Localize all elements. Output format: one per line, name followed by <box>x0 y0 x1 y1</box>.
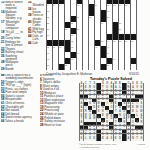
grid-cell[interactable] <box>119 46 124 51</box>
cell-number: 29 <box>119 28 121 30</box>
grid-cell[interactable] <box>77 40 82 45</box>
grid-cell[interactable] <box>89 34 94 39</box>
grid-cell[interactable] <box>59 16 64 21</box>
grid-cell[interactable] <box>53 16 58 21</box>
grid-cell[interactable] <box>125 46 130 51</box>
grid-cell[interactable]: 33 <box>101 40 106 45</box>
grid-cell[interactable]: 18 <box>47 16 52 21</box>
grid-cell[interactable] <box>59 52 64 57</box>
grid-cell[interactable] <box>77 64 82 69</box>
grid-cell[interactable] <box>89 22 94 27</box>
grid-cell[interactable] <box>119 10 124 15</box>
grid-cell[interactable]: 37 <box>125 40 130 45</box>
grid-cell[interactable] <box>131 52 136 57</box>
grid-cell[interactable] <box>125 28 130 33</box>
black-square <box>107 34 112 39</box>
cell-number: 34 <box>107 40 109 42</box>
black-square <box>95 40 100 45</box>
grid-cell[interactable] <box>125 16 130 21</box>
cell-number: 3 <box>83 0 84 1</box>
grid-cell[interactable] <box>53 64 58 69</box>
grid-cell[interactable] <box>119 16 124 21</box>
grid-cell[interactable] <box>83 34 88 39</box>
cell-number: 40 <box>53 46 55 48</box>
cell-number: 45 <box>47 52 49 54</box>
black-square <box>71 52 76 57</box>
grid-cell[interactable] <box>89 40 94 45</box>
grid-cell[interactable]: 7 <box>47 4 52 9</box>
grid-cell[interactable]: 6 <box>131 0 136 4</box>
grid-cell[interactable] <box>89 58 94 63</box>
black-square <box>101 16 106 21</box>
grid-cell[interactable]: 51 <box>47 64 52 69</box>
grid-cell[interactable] <box>89 46 94 51</box>
grid-cell[interactable] <box>59 58 64 63</box>
cell-number: 4 <box>95 0 96 1</box>
cell-number: 19 <box>77 16 79 18</box>
cell-number: 15 <box>125 4 127 6</box>
grid-cell[interactable]: 12 <box>107 4 112 9</box>
cell-number: 27 <box>65 28 67 30</box>
grid-cell[interactable] <box>53 52 58 57</box>
cell-number: 53 <box>107 64 109 66</box>
grid-cell[interactable]: 2 <box>71 0 76 4</box>
grid-cell[interactable] <box>107 28 112 33</box>
grid-cell[interactable]: 5 <box>101 0 106 4</box>
black-square <box>101 52 106 57</box>
byline-credit: Created by Jacqueline E. Mathews <box>46 72 92 76</box>
cell-number: 37 <box>125 40 127 42</box>
cell-number: 48 <box>47 58 49 60</box>
grid-cell[interactable]: 34 <box>107 40 112 45</box>
grid-cell[interactable] <box>101 28 106 33</box>
grid-cell[interactable]: 20 <box>89 16 94 21</box>
grid-cell[interactable] <box>101 34 106 39</box>
grid-cell[interactable] <box>131 46 136 51</box>
grid-cell[interactable] <box>65 52 70 57</box>
grid-cell[interactable] <box>59 22 64 27</box>
cell-number: 31 <box>71 34 73 36</box>
grid-cell[interactable]: 24 <box>101 22 106 27</box>
black-square <box>59 40 64 45</box>
black-square <box>65 40 70 45</box>
grid-cell[interactable] <box>131 64 136 69</box>
grid-cell[interactable]: 15 <box>125 4 130 9</box>
grid-cell[interactable]: 3 <box>83 0 88 4</box>
grid-cell[interactable] <box>83 46 88 51</box>
cell-number: 28 <box>77 28 79 30</box>
grid-cell[interactable]: 17 <box>107 10 112 15</box>
black-square <box>125 34 130 39</box>
grid-cell[interactable] <box>113 10 118 15</box>
cell-number: 26 <box>47 28 49 30</box>
grid-cell[interactable] <box>83 58 88 63</box>
grid-cell[interactable]: 36 <box>119 40 124 45</box>
black-square <box>101 46 106 51</box>
grid-cell[interactable] <box>95 28 100 33</box>
grid-cell[interactable]: 49 <box>71 58 76 63</box>
black-square <box>65 46 70 51</box>
cell-number: 10 <box>77 4 79 6</box>
grid-cell[interactable] <box>131 4 136 9</box>
grid-cell[interactable] <box>59 10 64 15</box>
grid-cell[interactable] <box>83 28 88 33</box>
cell-number: 43 <box>95 46 97 48</box>
clue-item: 66 Takes a break <box>1 120 37 123</box>
grid-cell[interactable]: 16 <box>47 10 52 15</box>
grid-cell[interactable] <box>53 58 58 63</box>
cell-number: 36 <box>119 40 121 42</box>
black-square <box>59 64 64 69</box>
grid-cell[interactable] <box>95 16 100 21</box>
grid-cell[interactable] <box>101 4 106 9</box>
cell-number: 7 <box>47 4 48 6</box>
grid-cell[interactable] <box>95 34 100 39</box>
grid-cell[interactable]: 40 <box>53 46 58 51</box>
grid-cell[interactable]: 31 <box>71 34 76 39</box>
cell-number: 6 <box>131 0 132 1</box>
cell-number: 11 <box>95 4 97 6</box>
grid-cell[interactable] <box>59 28 64 33</box>
cell-number: 49 <box>71 58 73 60</box>
cell-number: 25 <box>119 22 121 24</box>
grid-cell[interactable]: 43 <box>95 46 100 51</box>
solved-puzzle-grid: ACTSSHAMEODESPERUTONALNAVEENDSARENAEGISS… <box>79 83 144 142</box>
grid-cell[interactable] <box>83 16 88 21</box>
grid-cell[interactable] <box>119 58 124 63</box>
black-square <box>65 58 70 63</box>
cell-number: 18 <box>47 16 49 18</box>
grid-cell[interactable]: 45 <box>47 52 52 57</box>
cell-number: 23 <box>71 22 73 24</box>
grid-cell[interactable] <box>53 22 58 27</box>
grid-cell[interactable]: 11 <box>95 4 100 9</box>
grid-cell[interactable] <box>125 58 130 63</box>
crossword-grid[interactable]: 1234567891011121314151617181920212223242… <box>46 0 137 70</box>
grid-cell[interactable] <box>53 28 58 33</box>
grid-cell[interactable] <box>125 52 130 57</box>
grid-cell[interactable]: 1 <box>65 0 70 4</box>
grid-cell[interactable] <box>125 10 130 15</box>
black-square <box>89 4 94 9</box>
grid-cell[interactable] <box>83 64 88 69</box>
black-square <box>113 28 118 33</box>
solved-puzzle-title: Tuesday's Puzzle Solved <box>78 77 144 81</box>
grid-cell[interactable] <box>89 52 94 57</box>
solved-date: 9/15/15 <box>137 143 145 145</box>
grid-cell[interactable]: 29 <box>119 28 124 33</box>
clue-item: 28 Heart or liver <box>40 124 75 127</box>
black-square <box>47 40 52 45</box>
grid-cell[interactable]: 50 <box>113 58 118 63</box>
grid-cell[interactable] <box>77 46 82 51</box>
grid-cell[interactable] <box>89 64 94 69</box>
grid-cell[interactable] <box>77 58 82 63</box>
grid-cell[interactable]: 35 <box>113 40 118 45</box>
grid-cell[interactable] <box>83 52 88 57</box>
grid-cell[interactable] <box>95 58 100 63</box>
black-square <box>101 64 106 69</box>
down-clues-column: 5 Rescue6 Squeeze7 Tokyo's dollar8 Waist… <box>40 74 75 148</box>
grid-cell[interactable] <box>83 10 88 15</box>
grid-cell[interactable]: 14 <box>119 4 124 9</box>
cell-number: 51 <box>47 64 49 66</box>
grid-cell[interactable] <box>89 28 94 33</box>
black-square <box>131 34 136 39</box>
grid-cell[interactable] <box>83 22 88 27</box>
grid-cell[interactable] <box>71 4 76 9</box>
grid-cell[interactable] <box>107 22 112 27</box>
cell-number: 52 <box>65 64 67 66</box>
byline: Created by Jacqueline E. Mathews 9/16/15 <box>46 72 139 76</box>
clue-item: 14 Madison Square Garden, e.g. <box>1 11 26 20</box>
grid-cell[interactable]: 47 <box>107 52 112 57</box>
grid-cell[interactable]: 25 <box>119 22 124 27</box>
cell-number: 14 <box>119 4 121 6</box>
across-clues-column-1: 13 Notice where work is required14 Madis… <box>1 1 26 71</box>
cell-number: 47 <box>107 52 109 54</box>
crossword-grid-viewport: 1234567891011121314151617181920212223242… <box>46 0 139 71</box>
grid-cell[interactable]: 10 <box>77 4 82 9</box>
grid-cell[interactable] <box>131 16 136 21</box>
grid-cell[interactable] <box>59 34 64 39</box>
black-square <box>65 22 70 27</box>
grid-cell[interactable] <box>119 52 124 57</box>
cell-number: 1 <box>65 0 66 1</box>
solved-copyright: ©2015 Tribune Content Agency, LLC All Ri… <box>79 143 145 148</box>
cell-number: 33 <box>101 40 103 42</box>
across-clues-column-3: 48 Like a speech by a wedding toastmaste… <box>1 74 37 148</box>
grid-cell[interactable]: 22 <box>47 22 52 27</box>
black-square <box>53 40 58 45</box>
cell-number: 42 <box>71 46 73 48</box>
grid-cell[interactable] <box>65 16 70 21</box>
grid-cell[interactable] <box>53 34 58 39</box>
grid-cell[interactable]: 52 <box>65 64 70 69</box>
grid-cell[interactable]: 38 <box>131 40 136 45</box>
grid-cell[interactable] <box>77 22 82 27</box>
grid-cell[interactable] <box>71 10 76 15</box>
cell-number: 41 <box>59 46 61 48</box>
grid-cell[interactable]: 39 <box>47 46 52 51</box>
grid-cell[interactable]: 48 <box>47 58 52 63</box>
grid-cell[interactable] <box>65 34 70 39</box>
grid-cell[interactable]: 44 <box>107 46 112 51</box>
grid-cell[interactable] <box>83 4 88 9</box>
grid-cell[interactable]: 27 <box>65 28 70 33</box>
black-square <box>131 58 136 63</box>
grid-cell[interactable] <box>113 64 118 69</box>
cell-number: 8 <box>53 4 54 6</box>
grid-cell[interactable] <box>113 16 118 21</box>
grid-cell[interactable]: 23 <box>71 22 76 27</box>
cell-number: 13 <box>113 4 115 6</box>
grid-cell[interactable] <box>95 10 100 15</box>
grid-cell[interactable] <box>65 10 70 15</box>
black-square <box>89 10 94 15</box>
cell-number: 32 <box>71 40 73 42</box>
grid-cell[interactable] <box>113 52 118 57</box>
cell-number: 30 <box>47 34 49 36</box>
grid-cell[interactable]: 41 <box>59 46 64 51</box>
grid-cell[interactable]: 8 <box>53 4 58 9</box>
grid-cell[interactable]: 53 <box>107 64 112 69</box>
grid-cell[interactable] <box>89 0 94 4</box>
grid-cell[interactable] <box>71 64 76 69</box>
cell-number: 46 <box>77 52 79 54</box>
grid-cell[interactable] <box>125 64 130 69</box>
grid-cell[interactable] <box>95 64 100 69</box>
grid-cell[interactable]: 26 <box>47 28 52 33</box>
cell-number: 20 <box>89 16 91 18</box>
cell-number: 12 <box>107 4 109 6</box>
copyright-line-2: All Rights Reserved. <box>79 146 145 149</box>
black-square <box>113 22 118 27</box>
grid-cell[interactable] <box>131 10 136 15</box>
cell-number: 17 <box>107 10 109 12</box>
cell-number: 9 <box>59 4 60 6</box>
cell-number: 50 <box>113 58 115 60</box>
cell-number: 35 <box>113 40 115 42</box>
black-square <box>107 58 112 63</box>
cell-number: 2 <box>71 0 72 1</box>
grid-cell[interactable] <box>83 40 88 45</box>
cell-number: 22 <box>47 22 49 24</box>
cell-number: 21 <box>107 16 109 18</box>
black-square <box>71 28 76 33</box>
grid-cell[interactable] <box>95 52 100 57</box>
grid-cell[interactable] <box>131 28 136 33</box>
grid-cell[interactable]: 13 <box>113 4 118 9</box>
across-clues-column-2: 35 Wanderers36 Ice house38 Trees or shru… <box>28 1 44 71</box>
solved-letter-cell: S <box>139 137 143 141</box>
grid-cell[interactable]: 30 <box>47 34 52 39</box>
grid-cell[interactable] <box>113 46 118 51</box>
grid-cell[interactable] <box>77 34 82 39</box>
grid-cell[interactable]: 42 <box>71 46 76 51</box>
grid-cell[interactable]: 21 <box>107 16 112 21</box>
grid-cell[interactable]: 28 <box>77 28 82 33</box>
cell-number: 38 <box>131 40 133 42</box>
cell-number: 44 <box>107 46 109 48</box>
black-square <box>71 16 76 21</box>
grid-cell[interactable]: 19 <box>77 16 82 21</box>
grid-cell[interactable] <box>65 4 70 9</box>
grid-cell[interactable]: 32 <box>71 40 76 45</box>
grid-cell[interactable] <box>101 58 106 63</box>
grid-cell[interactable]: 9 <box>59 4 64 9</box>
grid-cell[interactable]: 46 <box>77 52 82 57</box>
clue-item: 46 Cab <box>28 42 44 45</box>
grid-cell[interactable] <box>131 22 136 27</box>
cell-number: 5 <box>101 0 102 1</box>
clue-item: 17 "Moonlight Sonata" composer <box>1 21 26 30</box>
cell-number: 39 <box>47 46 49 48</box>
byline-date: 9/16/15 <box>129 72 139 76</box>
black-square <box>119 34 124 39</box>
cell-number: 24 <box>101 22 103 24</box>
grid-cell[interactable] <box>125 22 130 27</box>
black-square <box>101 10 106 15</box>
black-square <box>113 34 118 39</box>
grid-cell[interactable] <box>53 10 58 15</box>
grid-cell[interactable] <box>77 10 82 15</box>
cell-number: 16 <box>47 10 49 12</box>
grid-cell[interactable] <box>95 22 100 27</box>
grid-cell[interactable] <box>119 64 124 69</box>
